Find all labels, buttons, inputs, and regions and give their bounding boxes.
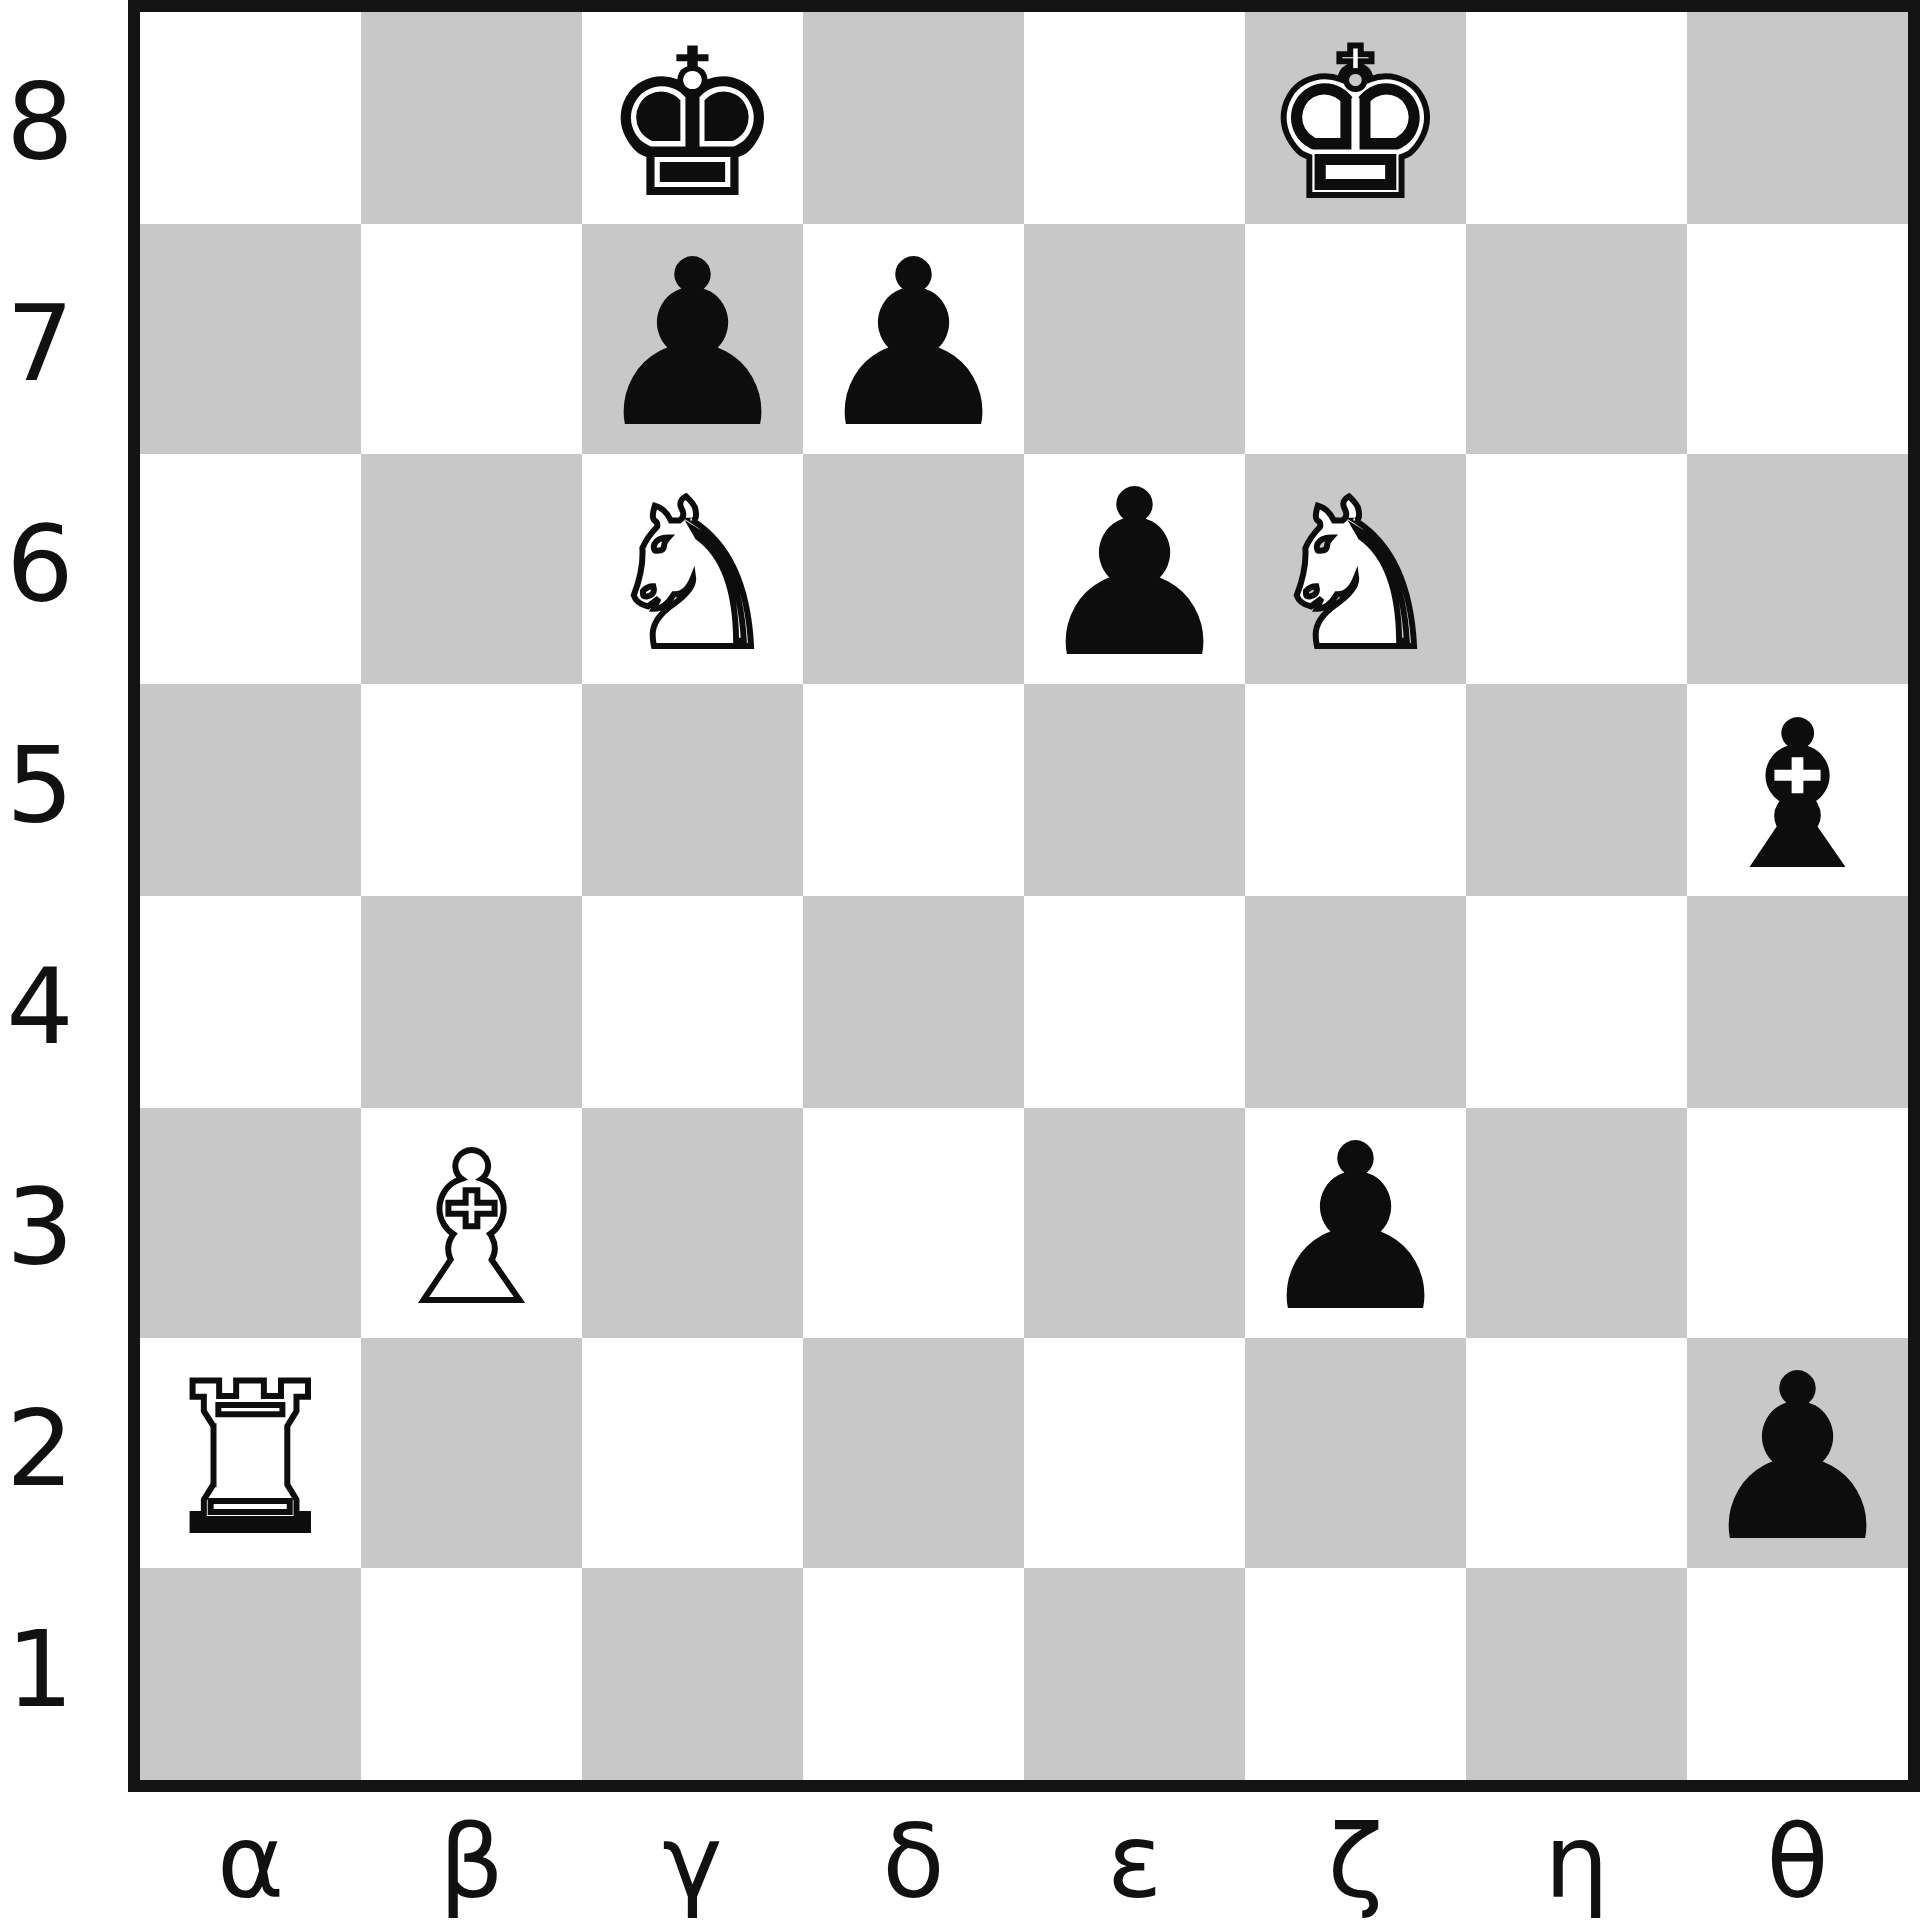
rank-labels: 87654321: [0, 12, 80, 1780]
square-ε7[interactable]: [1024, 224, 1245, 454]
white-bishop-β3[interactable]: ♝: [380, 1127, 564, 1332]
file-labels: αβγδεζηθ: [140, 1792, 1908, 1931]
square-α3[interactable]: [140, 1108, 361, 1338]
square-θ4[interactable]: [1687, 896, 1908, 1108]
square-α4[interactable]: [140, 896, 361, 1108]
square-ε3[interactable]: [1024, 1108, 1245, 1338]
square-ζ7[interactable]: [1245, 224, 1466, 454]
file-label-η: η: [1466, 1792, 1687, 1931]
square-θ7[interactable]: [1687, 224, 1908, 454]
square-ζ4[interactable]: [1245, 896, 1466, 1108]
square-α2[interactable]: ♜: [140, 1338, 361, 1568]
white-knight-γ6[interactable]: ♞: [601, 473, 785, 678]
square-η4[interactable]: [1466, 896, 1687, 1108]
white-rook-α2[interactable]: ♜: [159, 1357, 343, 1562]
square-β5[interactable]: [361, 684, 582, 896]
square-θ2[interactable]: ♟: [1687, 1338, 1908, 1568]
square-α1[interactable]: [140, 1568, 361, 1780]
square-η8[interactable]: [1466, 12, 1687, 224]
black-pawn-γ7[interactable]: ♟: [589, 230, 795, 460]
square-ζ3[interactable]: ♟: [1245, 1108, 1466, 1338]
square-α7[interactable]: [140, 224, 361, 454]
square-γ8[interactable]: ♚: [582, 12, 803, 224]
square-γ2[interactable]: [582, 1338, 803, 1568]
square-ε2[interactable]: [1024, 1338, 1245, 1568]
square-ζ8[interactable]: ♚: [1245, 12, 1466, 224]
black-pawn-δ7[interactable]: ♟: [810, 230, 1016, 460]
rank-label-4: 4: [0, 896, 80, 1117]
square-η1[interactable]: [1466, 1568, 1687, 1780]
square-ε8[interactable]: [1024, 12, 1245, 224]
square-ζ5[interactable]: [1245, 684, 1466, 896]
square-α8[interactable]: [140, 12, 361, 224]
square-β7[interactable]: [361, 224, 582, 454]
rank-label-6: 6: [0, 454, 80, 675]
square-δ4[interactable]: [803, 896, 1024, 1108]
square-β2[interactable]: [361, 1338, 582, 1568]
file-label-ζ: ζ: [1245, 1792, 1466, 1931]
square-γ4[interactable]: [582, 896, 803, 1108]
file-label-δ: δ: [803, 1792, 1024, 1931]
black-pawn-ε6[interactable]: ♟: [1031, 460, 1237, 690]
black-pawn-θ2[interactable]: ♟: [1694, 1344, 1900, 1574]
square-δ2[interactable]: [803, 1338, 1024, 1568]
rank-label-1: 1: [0, 1559, 80, 1780]
square-θ6[interactable]: [1687, 454, 1908, 684]
square-θ5[interactable]: ♝: [1687, 684, 1908, 896]
chess-diagram: 87654321 ♚♚♟♟♞♟♞♝♝♟♜♟ αβγδεζηθ: [0, 0, 1920, 1931]
square-ζ6[interactable]: ♞: [1245, 454, 1466, 684]
square-ε6[interactable]: ♟: [1024, 454, 1245, 684]
square-γ5[interactable]: [582, 684, 803, 896]
square-ε1[interactable]: [1024, 1568, 1245, 1780]
board: ♚♚♟♟♞♟♞♝♝♟♜♟: [128, 0, 1920, 1792]
rank-label-2: 2: [0, 1338, 80, 1559]
square-δ3[interactable]: [803, 1108, 1024, 1338]
square-γ7[interactable]: ♟: [582, 224, 803, 454]
file-label-θ: θ: [1687, 1792, 1908, 1931]
square-δ8[interactable]: [803, 12, 1024, 224]
square-β1[interactable]: [361, 1568, 582, 1780]
square-δ7[interactable]: ♟: [803, 224, 1024, 454]
rank-label-7: 7: [0, 233, 80, 454]
square-ε4[interactable]: [1024, 896, 1245, 1108]
black-king-γ8[interactable]: ♚: [601, 22, 785, 227]
square-η2[interactable]: [1466, 1338, 1687, 1568]
black-pawn-ζ3[interactable]: ♟: [1252, 1114, 1458, 1344]
rank-label-3: 3: [0, 1117, 80, 1338]
square-η7[interactable]: [1466, 224, 1687, 454]
square-γ6[interactable]: ♞: [582, 454, 803, 684]
square-α5[interactable]: [140, 684, 361, 896]
file-label-γ: γ: [582, 1792, 803, 1931]
black-bishop-θ5[interactable]: ♝: [1706, 694, 1890, 899]
square-θ8[interactable]: [1687, 12, 1908, 224]
square-ζ2[interactable]: [1245, 1338, 1466, 1568]
square-β6[interactable]: [361, 454, 582, 684]
white-knight-ζ6[interactable]: ♞: [1264, 473, 1448, 678]
square-θ3[interactable]: [1687, 1108, 1908, 1338]
square-β3[interactable]: ♝: [361, 1108, 582, 1338]
square-γ3[interactable]: [582, 1108, 803, 1338]
square-η5[interactable]: [1466, 684, 1687, 896]
square-ζ1[interactable]: [1245, 1568, 1466, 1780]
square-δ5[interactable]: [803, 684, 1024, 896]
square-η3[interactable]: [1466, 1108, 1687, 1338]
square-ε5[interactable]: [1024, 684, 1245, 896]
square-β4[interactable]: [361, 896, 582, 1108]
file-label-ε: ε: [1024, 1792, 1245, 1931]
rank-label-8: 8: [0, 12, 80, 233]
file-label-α: α: [140, 1792, 361, 1931]
square-δ1[interactable]: [803, 1568, 1024, 1780]
square-β8[interactable]: [361, 12, 582, 224]
square-α6[interactable]: [140, 454, 361, 684]
square-δ6[interactable]: [803, 454, 1024, 684]
square-γ1[interactable]: [582, 1568, 803, 1780]
square-η6[interactable]: [1466, 454, 1687, 684]
rank-label-5: 5: [0, 675, 80, 896]
file-label-β: β: [361, 1792, 582, 1931]
white-king-ζ8[interactable]: ♚: [1264, 22, 1448, 227]
square-θ1[interactable]: [1687, 1568, 1908, 1780]
